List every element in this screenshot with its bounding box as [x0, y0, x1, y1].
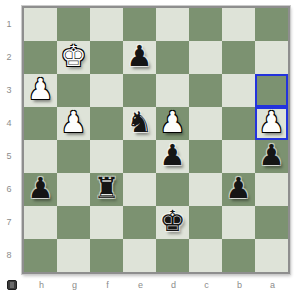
square-g7[interactable] [57, 206, 90, 239]
square-e8[interactable] [123, 239, 156, 272]
rank-label-6: 6 [0, 173, 18, 206]
rank-label-4: 4 [0, 107, 18, 140]
rank-label-2: 2 [0, 41, 18, 74]
rank-labels: 12345678 [0, 8, 18, 272]
piece-black-pawn[interactable]: ♟ [127, 40, 153, 73]
square-g3[interactable] [57, 74, 90, 107]
square-f8[interactable] [90, 239, 123, 272]
square-h6[interactable]: ♟ [24, 173, 57, 206]
square-d2[interactable] [156, 41, 189, 74]
file-label-b: b [223, 278, 256, 292]
board-frame: ♚♟♟♟♞♟♟♟♟♟♜♟♚ [22, 6, 290, 274]
square-b1[interactable] [222, 8, 255, 41]
chess-board-widget: 12345678 ♚♟♟♟♞♟♟♟♟♟♜♟♚ hgfedcba [0, 0, 300, 293]
square-f5[interactable] [90, 140, 123, 173]
square-e5[interactable] [123, 140, 156, 173]
piece-black-rook[interactable]: ♜ [94, 172, 120, 205]
piece-white-pawn[interactable]: ♟ [28, 73, 54, 106]
piece-black-pawn[interactable]: ♟ [28, 172, 54, 205]
square-a4[interactable]: ♟ [255, 107, 288, 140]
file-label-a: a [256, 278, 289, 292]
square-b6[interactable]: ♟ [222, 173, 255, 206]
square-g8[interactable] [57, 239, 90, 272]
rank-label-5: 5 [0, 140, 18, 173]
rank-label-7: 7 [0, 206, 18, 239]
square-a7[interactable] [255, 206, 288, 239]
square-d1[interactable] [156, 8, 189, 41]
square-b7[interactable] [222, 206, 255, 239]
square-a3[interactable] [255, 74, 288, 107]
file-label-c: c [190, 278, 223, 292]
chess-board[interactable]: ♚♟♟♟♞♟♟♟♟♟♜♟♚ [24, 8, 288, 272]
file-label-e: e [124, 278, 157, 292]
square-c8[interactable] [189, 239, 222, 272]
piece-black-pawn[interactable]: ♟ [226, 172, 252, 205]
square-f4[interactable] [90, 107, 123, 140]
square-c4[interactable] [189, 107, 222, 140]
square-a6[interactable] [255, 173, 288, 206]
square-g6[interactable] [57, 173, 90, 206]
square-d7[interactable]: ♚ [156, 206, 189, 239]
square-b4[interactable] [222, 107, 255, 140]
square-g2[interactable]: ♚ [57, 41, 90, 74]
square-h8[interactable] [24, 239, 57, 272]
square-c5[interactable] [189, 140, 222, 173]
file-label-d: d [157, 278, 190, 292]
square-a2[interactable] [255, 41, 288, 74]
file-label-g: g [58, 278, 91, 292]
square-f6[interactable]: ♜ [90, 173, 123, 206]
square-e7[interactable] [123, 206, 156, 239]
square-c3[interactable] [189, 74, 222, 107]
piece-black-pawn[interactable]: ♟ [160, 139, 186, 172]
square-d8[interactable] [156, 239, 189, 272]
square-d3[interactable] [156, 74, 189, 107]
square-d5[interactable]: ♟ [156, 140, 189, 173]
piece-white-pawn[interactable]: ♟ [259, 106, 285, 139]
square-h5[interactable] [24, 140, 57, 173]
square-e6[interactable] [123, 173, 156, 206]
file-labels: hgfedcba [25, 278, 289, 292]
square-g4[interactable]: ♟ [57, 107, 90, 140]
square-a1[interactable] [255, 8, 288, 41]
rank-label-3: 3 [0, 74, 18, 107]
square-d4[interactable]: ♟ [156, 107, 189, 140]
piece-white-pawn[interactable]: ♟ [160, 106, 186, 139]
square-c2[interactable] [189, 41, 222, 74]
square-f1[interactable] [90, 8, 123, 41]
square-f3[interactable] [90, 74, 123, 107]
square-a8[interactable] [255, 239, 288, 272]
square-e2[interactable]: ♟ [123, 41, 156, 74]
square-h4[interactable] [24, 107, 57, 140]
square-e4[interactable]: ♞ [123, 107, 156, 140]
piece-white-king[interactable]: ♚ [61, 40, 87, 73]
square-b2[interactable] [222, 41, 255, 74]
square-d6[interactable] [156, 173, 189, 206]
piece-black-pawn[interactable]: ♟ [259, 139, 285, 172]
square-h1[interactable] [24, 8, 57, 41]
square-h7[interactable] [24, 206, 57, 239]
square-e1[interactable] [123, 8, 156, 41]
square-b5[interactable] [222, 140, 255, 173]
piece-black-king[interactable]: ♚ [160, 205, 186, 238]
square-g1[interactable] [57, 8, 90, 41]
square-a5[interactable]: ♟ [255, 140, 288, 173]
square-e3[interactable] [123, 74, 156, 107]
square-c1[interactable] [189, 8, 222, 41]
square-b8[interactable] [222, 239, 255, 272]
file-label-f: f [91, 278, 124, 292]
file-label-h: h [25, 278, 58, 292]
square-f7[interactable] [90, 206, 123, 239]
square-b3[interactable] [222, 74, 255, 107]
square-c6[interactable] [189, 173, 222, 206]
square-h2[interactable] [24, 41, 57, 74]
piece-black-knight[interactable]: ♞ [127, 106, 153, 139]
rank-label-1: 1 [0, 8, 18, 41]
square-f2[interactable] [90, 41, 123, 74]
piece-white-pawn[interactable]: ♟ [61, 106, 87, 139]
black-to-move-indicator [7, 280, 17, 290]
square-c7[interactable] [189, 206, 222, 239]
square-h3[interactable]: ♟ [24, 74, 57, 107]
square-g5[interactable] [57, 140, 90, 173]
rank-label-8: 8 [0, 239, 18, 272]
